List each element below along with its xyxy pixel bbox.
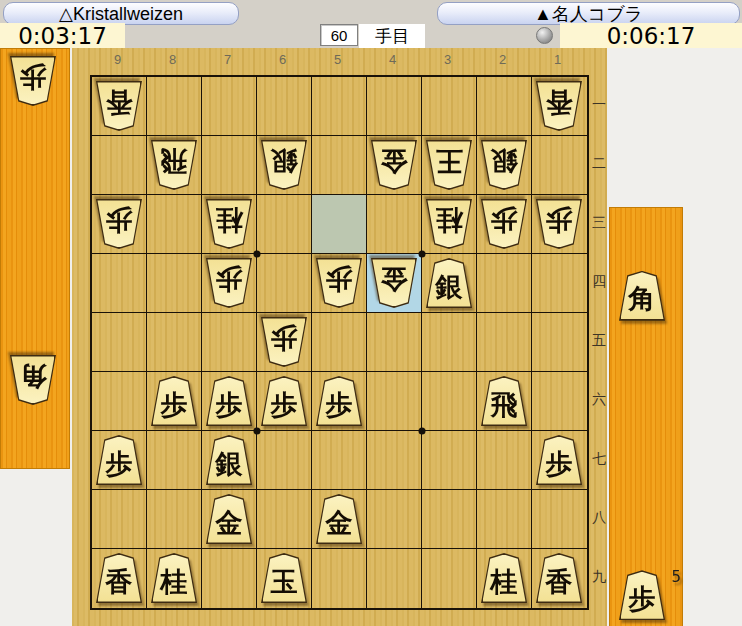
shogi-piece-gote[interactable]: 歩 [316,258,362,308]
piece-kanji: 金 [316,494,362,544]
board-square-44[interactable]: 金 [367,254,422,313]
piece-kanji: 歩 [619,570,665,620]
rank-label: 六 [591,370,607,429]
board-square-56[interactable]: 歩 [312,372,367,431]
board-square-85[interactable] [147,313,202,372]
board-square-54[interactable]: 歩 [312,254,367,313]
file-label: 9 [90,52,145,70]
rank-label: 八 [591,488,607,547]
board-square-35[interactable] [422,313,477,372]
piece-kanji: 香 [96,81,142,131]
shogi-piece-sente[interactable]: 歩 [96,435,142,485]
rank-label: 三 [591,193,607,252]
board-square-77[interactable]: 銀 [202,431,257,490]
piece-kanji: 香 [536,553,582,603]
shogi-piece-gote[interactable]: 王 [426,140,472,190]
board-square-78[interactable]: 金 [202,490,257,549]
board-square-61[interactable] [257,77,312,136]
piece-kanji: 飛 [481,376,527,426]
file-label: 3 [420,52,475,70]
board-square-67[interactable] [257,431,312,490]
board-square-73[interactable]: 桂 [202,195,257,254]
piece-kanji: 角 [10,355,56,405]
board-square-32[interactable]: 王 [422,136,477,195]
board-square-47[interactable] [367,431,422,490]
shogi-board[interactable]: 香香飛銀金王銀歩桂桂歩歩歩歩金銀歩歩歩歩歩飛歩銀歩金金香桂玉桂香 [90,75,589,610]
piece-kanji: 歩 [316,258,362,308]
rank-labels: 一二三四五六七八九 [591,75,607,606]
shogi-piece-sente[interactable]: 香 [96,553,142,603]
piece-kanji: 王 [426,140,472,190]
board-square-66[interactable]: 歩 [257,372,312,431]
board-square-52[interactable] [312,136,367,195]
board-square-53[interactable] [312,195,367,254]
piece-kanji: 香 [96,553,142,603]
rank-label: 五 [591,311,607,370]
board-square-41[interactable] [367,77,422,136]
piece-kanji: 桂 [481,553,527,603]
shogi-piece-sente[interactable]: 銀 [426,258,472,308]
shogi-piece-sente[interactable]: 歩 [536,435,582,485]
shogi-piece-sente[interactable]: 歩 [151,376,197,426]
board-square-74[interactable]: 歩 [202,254,257,313]
shogi-piece-sente[interactable]: 桂 [481,553,527,603]
piece-kanji: 歩 [10,56,56,106]
board-square-95[interactable] [92,313,147,372]
board-square-49[interactable] [367,549,422,608]
board-square-69[interactable]: 玉 [257,549,312,608]
shogi-app: △Kristallweizen ▲名人コブラ 0:03:17 60 手目 0:0… [0,0,742,626]
piece-kanji: 金 [371,258,417,308]
board-square-43[interactable] [367,195,422,254]
shogi-piece-gote[interactable]: 歩 [206,258,252,308]
shogi-piece-sente[interactable]: 金 [316,494,362,544]
hoshi-dot [419,428,426,435]
board-square-64[interactable] [257,254,312,313]
board-square-16[interactable] [532,372,587,431]
shogi-piece-sente[interactable]: 桂 [151,553,197,603]
board-square-96[interactable] [92,372,147,431]
piece-kanji: 桂 [426,199,472,249]
board-square-51[interactable] [312,77,367,136]
board-square-39[interactable] [422,549,477,608]
hand-count: 5 [671,568,681,586]
piece-kanji: 歩 [206,376,252,426]
piece-kanji: 桂 [206,199,252,249]
shogi-piece-sente[interactable]: 歩 [261,376,307,426]
board-square-98[interactable] [92,490,147,549]
piece-kanji: 桂 [151,553,197,603]
board-square-65[interactable]: 歩 [257,313,312,372]
piece-kanji: 歩 [261,376,307,426]
board-square-99[interactable]: 香 [92,549,147,608]
board-square-82[interactable]: 飛 [147,136,202,195]
file-label: 2 [475,52,530,70]
shogi-piece-sente[interactable]: 香 [536,553,582,603]
rank-label: 七 [591,429,607,488]
rank-label: 四 [591,252,607,311]
shogi-piece-sente[interactable]: 歩5 [619,570,665,620]
board-square-31[interactable] [422,77,477,136]
shogi-piece-gote[interactable]: 金 [371,258,417,308]
board-square-68[interactable] [257,490,312,549]
shogi-piece-gote[interactable]: 金 [371,140,417,190]
board-square-83[interactable] [147,195,202,254]
shogi-piece-sente[interactable]: 歩 [316,376,362,426]
shogi-piece-gote[interactable]: 歩 [536,199,582,249]
hoshi-dot [419,251,426,258]
board-square-36[interactable] [422,372,477,431]
board-square-15[interactable] [532,313,587,372]
board-square-19[interactable]: 香 [532,549,587,608]
rank-label: 一 [591,75,607,134]
file-label: 4 [365,52,420,70]
board-square-28[interactable] [477,490,532,549]
board-square-12[interactable] [532,136,587,195]
board-square-29[interactable]: 桂 [477,549,532,608]
shogi-piece-gote[interactable]: 桂 [426,199,472,249]
piece-kanji: 銀 [426,258,472,308]
board-square-13[interactable]: 歩 [532,195,587,254]
board-square-27[interactable] [477,431,532,490]
shogi-piece-gote[interactable]: 歩 [10,56,56,106]
board-square-59[interactable] [312,549,367,608]
board-square-62[interactable]: 銀 [257,136,312,195]
board-square-76[interactable]: 歩 [202,372,257,431]
shogi-piece-gote[interactable]: 香 [536,81,582,131]
sente-captured-tray[interactable]: 角歩5 [609,207,683,626]
piece-kanji: 金 [206,494,252,544]
board-square-94[interactable] [92,254,147,313]
piece-kanji: 銀 [481,140,527,190]
piece-kanji: 角 [619,271,665,321]
shogi-piece-gote[interactable]: 歩 [481,199,527,249]
board-square-45[interactable] [367,313,422,372]
piece-kanji: 歩 [261,317,307,367]
board-square-87[interactable] [147,431,202,490]
sente-clock: 0:06:17 [560,23,742,48]
shogi-piece-gote[interactable]: 歩 [261,317,307,367]
piece-kanji: 歩 [206,258,252,308]
board-square-38[interactable] [422,490,477,549]
shogi-piece-gote[interactable]: 銀 [261,140,307,190]
piece-kanji: 銀 [261,140,307,190]
board-square-84[interactable] [147,254,202,313]
board-square-42[interactable]: 金 [367,136,422,195]
board-square-71[interactable] [202,77,257,136]
board-square-25[interactable] [477,313,532,372]
board-square-11[interactable]: 香 [532,77,587,136]
board-square-55[interactable] [312,313,367,372]
board-square-37[interactable] [422,431,477,490]
board-square-57[interactable] [312,431,367,490]
hoshi-dot [254,428,261,435]
board-square-21[interactable] [477,77,532,136]
shogi-piece-gote[interactable]: 角 [10,355,56,405]
move-number-field[interactable]: 60 [320,24,358,46]
piece-kanji: 歩 [96,199,142,249]
file-label: 7 [200,52,255,70]
piece-kanji: 飛 [151,140,197,190]
shogi-piece-gote[interactable]: 飛 [151,140,197,190]
board-square-97[interactable]: 歩 [92,431,147,490]
board-square-63[interactable] [257,195,312,254]
shogi-piece-gote[interactable]: 銀 [481,140,527,190]
board-square-75[interactable] [202,313,257,372]
board-square-88[interactable] [147,490,202,549]
shogi-piece-sente[interactable]: 角 [619,271,665,321]
shogi-piece-sente[interactable]: 飛 [481,376,527,426]
shogi-piece-gote[interactable]: 香 [96,81,142,131]
piece-kanji: 歩 [316,376,362,426]
file-label: 6 [255,52,310,70]
board-square-72[interactable] [202,136,257,195]
rank-label: 九 [591,547,607,606]
board-square-14[interactable] [532,254,587,313]
file-label: 1 [530,52,585,70]
shogi-piece-sente[interactable]: 金 [206,494,252,544]
board-square-81[interactable] [147,77,202,136]
board-square-79[interactable] [202,549,257,608]
file-labels: 987654321 [90,52,585,70]
board-area: 987654321 香香飛銀金王銀歩桂桂歩歩歩歩金銀歩歩歩歩歩飛歩銀歩金金香桂玉… [72,48,607,626]
top-bar: △Kristallweizen ▲名人コブラ 0:03:17 60 手目 0:0… [0,0,742,48]
board-square-58[interactable]: 金 [312,490,367,549]
board-square-92[interactable] [92,136,147,195]
board-square-17[interactable]: 歩 [532,431,587,490]
board-square-86[interactable]: 歩 [147,372,202,431]
rank-label: 二 [591,134,607,193]
file-label: 8 [145,52,200,70]
gote-clock: 0:03:17 [0,23,125,48]
shogi-piece-sente[interactable]: 玉 [261,553,307,603]
shogi-piece-gote[interactable]: 桂 [206,199,252,249]
move-counter-label: 手目 [359,24,425,48]
hoshi-dot [254,251,261,258]
piece-kanji: 歩 [536,435,582,485]
board-square-93[interactable]: 歩 [92,195,147,254]
board-square-18[interactable] [532,490,587,549]
piece-kanji: 玉 [261,553,307,603]
piece-kanji: 歩 [151,376,197,426]
board-square-48[interactable] [367,490,422,549]
shogi-piece-sente[interactable]: 銀 [206,435,252,485]
shogi-piece-sente[interactable]: 歩 [206,376,252,426]
shogi-piece-gote[interactable]: 歩 [96,199,142,249]
piece-kanji: 銀 [206,435,252,485]
board-square-91[interactable]: 香 [92,77,147,136]
piece-kanji: 歩 [481,199,527,249]
piece-kanji: 歩 [96,435,142,485]
board-square-33[interactable]: 桂 [422,195,477,254]
piece-kanji: 香 [536,81,582,131]
gote-captured-tray[interactable]: 歩角 [0,48,70,469]
board-square-24[interactable] [477,254,532,313]
board-square-46[interactable] [367,372,422,431]
board-square-89[interactable]: 桂 [147,549,202,608]
board-square-23[interactable]: 歩 [477,195,532,254]
piece-kanji: 歩 [536,199,582,249]
piece-kanji: 金 [371,140,417,190]
board-square-26[interactable]: 飛 [477,372,532,431]
board-square-34[interactable]: 銀 [422,254,477,313]
turn-indicator-orb [536,27,553,44]
board-square-22[interactable]: 銀 [477,136,532,195]
file-label: 5 [310,52,365,70]
